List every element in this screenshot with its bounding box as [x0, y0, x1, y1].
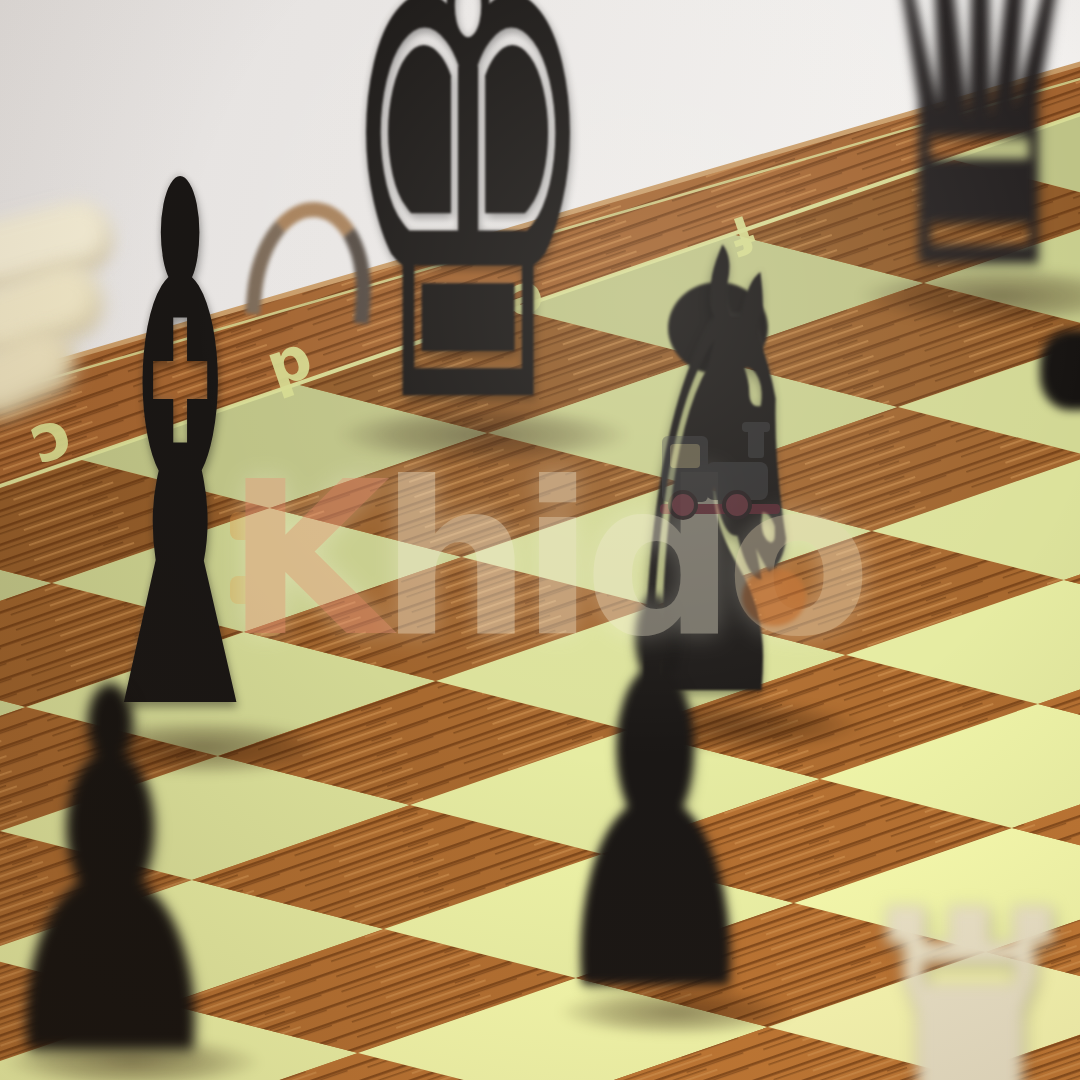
chess-board: cdef	[0, 0, 1080, 1080]
chess-photo-scene: cdef ♚♛♝♞♟♟♜ Khido	[0, 0, 1080, 1080]
